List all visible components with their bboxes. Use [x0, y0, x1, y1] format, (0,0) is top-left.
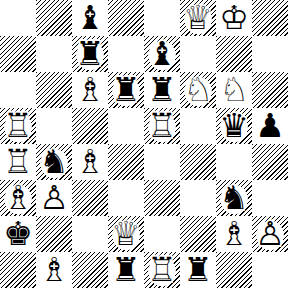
- square-h5[interactable]: ♟: [252, 108, 288, 144]
- piece-black-queen-g5[interactable]: ♛: [216, 108, 252, 144]
- piece-black-rook-d6[interactable]: ♜: [108, 72, 144, 108]
- piece-black-rook-c7[interactable]: ♜: [72, 36, 108, 72]
- square-h6[interactable]: [252, 72, 288, 108]
- chess-board: ♝♕♔♜♝♗♜♜♘♘♖♖♛♟♖♞♗♗♙♞♚♕♗♙♗♜♖♜: [0, 0, 288, 288]
- square-f4[interactable]: [180, 144, 216, 180]
- square-f8[interactable]: ♕: [180, 0, 216, 36]
- square-f2[interactable]: [180, 216, 216, 252]
- piece-white-rook-a4[interactable]: ♖: [0, 144, 36, 180]
- square-d6[interactable]: ♜: [108, 72, 144, 108]
- square-c6[interactable]: ♗: [72, 72, 108, 108]
- square-g3[interactable]: ♞: [216, 180, 252, 216]
- square-a1[interactable]: [0, 252, 36, 288]
- square-g8[interactable]: ♔: [216, 0, 252, 36]
- square-a7[interactable]: [0, 36, 36, 72]
- piece-white-knight-g6[interactable]: ♘: [216, 72, 252, 108]
- square-h8[interactable]: [252, 0, 288, 36]
- square-e2[interactable]: [144, 216, 180, 252]
- piece-white-bishop-c6[interactable]: ♗: [72, 72, 108, 108]
- square-b8[interactable]: [36, 0, 72, 36]
- square-c1[interactable]: [72, 252, 108, 288]
- square-b7[interactable]: [36, 36, 72, 72]
- square-c3[interactable]: [72, 180, 108, 216]
- piece-black-knight-b4[interactable]: ♞: [36, 144, 72, 180]
- square-b3[interactable]: ♙: [36, 180, 72, 216]
- piece-white-rook-e5[interactable]: ♖: [144, 108, 180, 144]
- square-h7[interactable]: [252, 36, 288, 72]
- piece-white-queen-f8[interactable]: ♕: [180, 0, 216, 36]
- piece-black-pawn-h5[interactable]: ♟: [252, 108, 288, 144]
- square-f5[interactable]: [180, 108, 216, 144]
- square-f1[interactable]: ♜: [180, 252, 216, 288]
- square-c4[interactable]: ♗: [72, 144, 108, 180]
- square-d8[interactable]: [108, 0, 144, 36]
- piece-white-pawn-b3[interactable]: ♙: [36, 180, 72, 216]
- square-a4[interactable]: ♖: [0, 144, 36, 180]
- piece-black-bishop-e7[interactable]: ♝: [144, 36, 180, 72]
- square-g2[interactable]: ♗: [216, 216, 252, 252]
- piece-black-bishop-c8[interactable]: ♝: [72, 0, 108, 36]
- piece-white-rook-a5[interactable]: ♖: [0, 108, 36, 144]
- square-g1[interactable]: [216, 252, 252, 288]
- piece-white-bishop-g2[interactable]: ♗: [216, 216, 252, 252]
- square-h3[interactable]: [252, 180, 288, 216]
- square-h4[interactable]: [252, 144, 288, 180]
- square-d2[interactable]: ♕: [108, 216, 144, 252]
- piece-white-bishop-b1[interactable]: ♗: [36, 252, 72, 288]
- square-a2[interactable]: ♚: [0, 216, 36, 252]
- piece-white-rook-e1[interactable]: ♖: [144, 252, 180, 288]
- square-f3[interactable]: [180, 180, 216, 216]
- square-g7[interactable]: [216, 36, 252, 72]
- square-c8[interactable]: ♝: [72, 0, 108, 36]
- square-b4[interactable]: ♞: [36, 144, 72, 180]
- square-b6[interactable]: [36, 72, 72, 108]
- piece-white-bishop-c4[interactable]: ♗: [72, 144, 108, 180]
- piece-black-rook-f1[interactable]: ♜: [180, 252, 216, 288]
- piece-white-knight-f6[interactable]: ♘: [180, 72, 216, 108]
- square-e4[interactable]: [144, 144, 180, 180]
- square-g4[interactable]: [216, 144, 252, 180]
- piece-black-rook-e6[interactable]: ♜: [144, 72, 180, 108]
- square-d1[interactable]: ♜: [108, 252, 144, 288]
- square-b5[interactable]: [36, 108, 72, 144]
- square-c2[interactable]: [72, 216, 108, 252]
- piece-black-king-a2[interactable]: ♚: [0, 216, 36, 252]
- square-e1[interactable]: ♖: [144, 252, 180, 288]
- square-e3[interactable]: [144, 180, 180, 216]
- square-a5[interactable]: ♖: [0, 108, 36, 144]
- square-h1[interactable]: [252, 252, 288, 288]
- square-b2[interactable]: [36, 216, 72, 252]
- square-a8[interactable]: [0, 0, 36, 36]
- square-e7[interactable]: ♝: [144, 36, 180, 72]
- square-a3[interactable]: ♗: [0, 180, 36, 216]
- piece-white-bishop-a3[interactable]: ♗: [0, 180, 36, 216]
- piece-black-knight-g3[interactable]: ♞: [216, 180, 252, 216]
- square-f7[interactable]: [180, 36, 216, 72]
- square-g6[interactable]: ♘: [216, 72, 252, 108]
- square-e5[interactable]: ♖: [144, 108, 180, 144]
- square-g5[interactable]: ♛: [216, 108, 252, 144]
- square-h2[interactable]: ♙: [252, 216, 288, 252]
- square-d3[interactable]: [108, 180, 144, 216]
- square-d5[interactable]: [108, 108, 144, 144]
- square-c7[interactable]: ♜: [72, 36, 108, 72]
- piece-white-king-g8[interactable]: ♔: [216, 0, 252, 36]
- piece-white-queen-d2[interactable]: ♕: [108, 216, 144, 252]
- square-d4[interactable]: [108, 144, 144, 180]
- piece-black-rook-d1[interactable]: ♜: [108, 252, 144, 288]
- square-b1[interactable]: ♗: [36, 252, 72, 288]
- square-e8[interactable]: [144, 0, 180, 36]
- square-c5[interactable]: [72, 108, 108, 144]
- piece-white-pawn-h2[interactable]: ♙: [252, 216, 288, 252]
- square-d7[interactable]: [108, 36, 144, 72]
- square-e6[interactable]: ♜: [144, 72, 180, 108]
- square-f6[interactable]: ♘: [180, 72, 216, 108]
- square-a6[interactable]: [0, 72, 36, 108]
